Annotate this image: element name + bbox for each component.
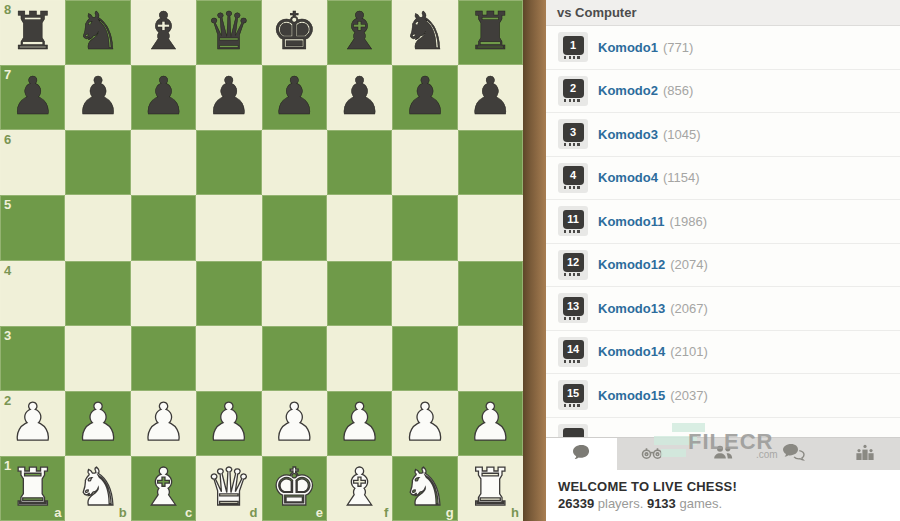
engine-chip-icon: 1 <box>558 32 588 62</box>
square-e7[interactable]: ♟ <box>262 65 327 130</box>
square-c2[interactable]: ♟ <box>131 391 196 456</box>
computer-opponent-row[interactable]: 13 Komodo13 (2067) <box>546 287 900 331</box>
square-a6[interactable]: 6 <box>0 130 65 195</box>
black-pawn[interactable]: ♟ <box>271 70 318 122</box>
black-pawn[interactable]: ♟ <box>140 70 187 122</box>
wood-background-strip <box>523 0 546 521</box>
square-h5[interactable] <box>458 195 523 260</box>
square-a1[interactable]: 1a♜ <box>0 456 65 521</box>
white-king[interactable]: ♚ <box>271 461 318 513</box>
square-c1[interactable]: c♝ <box>131 456 196 521</box>
computer-opponent-row[interactable]: 14 Komodo14 (2101) <box>546 331 900 375</box>
square-b5[interactable] <box>65 195 130 260</box>
opponent-name[interactable]: Komodo1 <box>598 40 658 55</box>
opponent-name[interactable]: Komodo15 <box>598 388 665 403</box>
computer-opponent-row[interactable]: 1 Komodo1 (771) <box>546 26 900 70</box>
chat-bubble-icon <box>572 444 591 465</box>
square-d1[interactable]: d♛ <box>196 456 261 521</box>
opponent-name[interactable]: Komodo4 <box>598 170 658 185</box>
square-d7[interactable]: ♟ <box>196 65 261 130</box>
square-a2[interactable]: 2♟ <box>0 391 65 456</box>
engine-chip-icon: 2 <box>558 76 588 106</box>
square-d8[interactable]: ♛ <box>196 0 261 65</box>
tab-players[interactable] <box>688 438 759 470</box>
tab-leaderboard[interactable] <box>829 438 900 470</box>
white-bishop[interactable]: ♝ <box>140 461 187 513</box>
tab-observe[interactable] <box>617 438 688 470</box>
players-count: 26339 <box>558 496 594 511</box>
chess-board[interactable]: 8♜♞♝♛♚♝♞♜7♟♟♟♟♟♟♟♟65432♟♟♟♟♟♟♟♟1a♜b♞c♝d♛… <box>0 0 523 521</box>
white-knight[interactable]: ♞ <box>75 461 122 513</box>
square-h4[interactable] <box>458 261 523 326</box>
engine-chip-icon: 13 <box>558 293 588 323</box>
opponent-rating: (2067) <box>670 301 708 316</box>
black-pawn[interactable]: ♟ <box>75 70 122 122</box>
square-e3[interactable] <box>262 326 327 391</box>
square-g3[interactable] <box>392 326 457 391</box>
white-rook[interactable]: ♜ <box>467 461 514 513</box>
square-f2[interactable]: ♟ <box>327 391 392 456</box>
white-pawn[interactable]: ♟ <box>75 396 122 448</box>
square-f8[interactable]: ♝ <box>327 0 392 65</box>
opponent-name[interactable]: Komodo12 <box>598 257 665 272</box>
computer-opponent-row[interactable]: 11 Komodo11 (1986) <box>546 200 900 244</box>
engine-chip-icon: 11 <box>558 206 588 236</box>
players-label: players. <box>594 496 647 511</box>
welcome-stats: 26339 players. 9133 games. <box>558 496 900 511</box>
opponent-rating: (1154) <box>663 170 700 185</box>
file-label: h <box>511 506 519 519</box>
square-h8[interactable]: ♜ <box>458 0 523 65</box>
white-queen[interactable]: ♛ <box>206 461 253 513</box>
square-f7[interactable]: ♟ <box>327 65 392 130</box>
black-bishop[interactable]: ♝ <box>140 5 187 57</box>
welcome-title: WELCOME TO LIVE CHESS! <box>558 479 900 494</box>
square-g7[interactable]: ♟ <box>392 65 457 130</box>
square-a3[interactable]: 3 <box>0 326 65 391</box>
white-pawn[interactable]: ♟ <box>9 396 56 448</box>
square-h7[interactable]: ♟ <box>458 65 523 130</box>
opponent-name[interactable]: Komodo13 <box>598 301 665 316</box>
opponent-rating: (2101) <box>670 344 708 359</box>
tab-bar <box>546 437 900 470</box>
white-knight[interactable]: ♞ <box>402 461 449 513</box>
opponent-name[interactable]: Komodo2 <box>598 83 658 98</box>
opponent-name[interactable]: Komodo14 <box>598 344 665 359</box>
computer-opponent-row[interactable] <box>546 418 900 438</box>
square-b2[interactable]: ♟ <box>65 391 130 456</box>
black-pawn[interactable]: ♟ <box>9 70 56 122</box>
square-b6[interactable] <box>65 130 130 195</box>
binoculars-icon <box>640 444 664 464</box>
opponent-rating: (1986) <box>669 214 707 229</box>
square-e1[interactable]: e♚ <box>262 456 327 521</box>
computer-opponent-row[interactable]: 4 Komodo4 (1154) <box>546 157 900 201</box>
file-label: f <box>384 506 388 519</box>
file-label: d <box>250 506 258 519</box>
square-e8[interactable]: ♚ <box>262 0 327 65</box>
rank-label: 7 <box>4 68 11 81</box>
black-pawn[interactable]: ♟ <box>206 70 253 122</box>
square-h6[interactable] <box>458 130 523 195</box>
square-e2[interactable]: ♟ <box>262 391 327 456</box>
engine-chip-icon: 4 <box>558 163 588 193</box>
rank-label: 4 <box>4 264 11 277</box>
square-c4[interactable] <box>131 261 196 326</box>
welcome-message: WELCOME TO LIVE CHESS! 26339 players. 91… <box>546 470 900 521</box>
square-g6[interactable] <box>392 130 457 195</box>
chat-bubbles-icon <box>782 443 806 465</box>
square-g2[interactable]: ♟ <box>392 391 457 456</box>
white-pawn[interactable]: ♟ <box>402 396 449 448</box>
rank-label: 5 <box>4 198 11 211</box>
rank-label: 8 <box>4 3 11 16</box>
white-pawn[interactable]: ♟ <box>140 396 187 448</box>
engine-chip-icon: 14 <box>558 337 588 367</box>
games-count: 9133 <box>647 496 676 511</box>
opponent-rating: (1045) <box>663 127 701 142</box>
opponent-rating: (856) <box>663 83 693 98</box>
square-c5[interactable] <box>131 195 196 260</box>
square-c3[interactable] <box>131 326 196 391</box>
square-d5[interactable] <box>196 195 261 260</box>
square-h3[interactable] <box>458 326 523 391</box>
white-pawn[interactable]: ♟ <box>336 396 383 448</box>
file-label: c <box>185 506 192 519</box>
tab-chat[interactable] <box>546 438 617 470</box>
black-rook[interactable]: ♜ <box>9 5 56 57</box>
file-label: a <box>54 506 61 519</box>
black-knight[interactable]: ♞ <box>402 5 449 57</box>
square-f4[interactable] <box>327 261 392 326</box>
tab-chats[interactable] <box>758 438 829 470</box>
square-g8[interactable]: ♞ <box>392 0 457 65</box>
square-c6[interactable] <box>131 130 196 195</box>
square-b3[interactable] <box>65 326 130 391</box>
square-c8[interactable]: ♝ <box>131 0 196 65</box>
file-label: g <box>446 506 454 519</box>
file-label: b <box>119 506 127 519</box>
black-pawn[interactable]: ♟ <box>467 70 514 122</box>
black-queen[interactable]: ♛ <box>206 5 253 57</box>
square-f5[interactable] <box>327 195 392 260</box>
engine-chip-icon: 3 <box>558 119 588 149</box>
computer-opponent-row[interactable]: 2 Komodo2 (856) <box>546 70 900 114</box>
square-g1[interactable]: g♞ <box>392 456 457 521</box>
square-h2[interactable]: ♟ <box>458 391 523 456</box>
rank-label: 3 <box>4 329 11 342</box>
black-bishop[interactable]: ♝ <box>336 5 383 57</box>
games-label: games. <box>676 496 722 511</box>
computer-opponent-row[interactable]: 12 Komodo12 (2074) <box>546 244 900 288</box>
engine-chip-icon <box>558 424 588 437</box>
square-b4[interactable] <box>65 261 130 326</box>
square-a4[interactable]: 4 <box>0 261 65 326</box>
square-e5[interactable] <box>262 195 327 260</box>
live-chess-screen: 8♜♞♝♛♚♝♞♜7♟♟♟♟♟♟♟♟65432♟♟♟♟♟♟♟♟1a♜b♞c♝d♛… <box>0 0 900 521</box>
white-pawn[interactable]: ♟ <box>271 396 318 448</box>
white-bishop[interactable]: ♝ <box>336 461 383 513</box>
square-f6[interactable] <box>327 130 392 195</box>
engine-chip-icon: 15 <box>558 380 588 410</box>
black-rook[interactable]: ♜ <box>467 5 514 57</box>
people-icon <box>712 444 734 464</box>
square-a8[interactable]: 8♜ <box>0 0 65 65</box>
square-e4[interactable] <box>262 261 327 326</box>
opponent-name[interactable]: Komodo3 <box>598 127 658 142</box>
rank-label: 2 <box>4 394 11 407</box>
white-pawn[interactable]: ♟ <box>467 396 514 448</box>
computer-opponent-row[interactable]: 3 Komodo3 (1045) <box>546 113 900 157</box>
square-e6[interactable] <box>262 130 327 195</box>
black-pawn[interactable]: ♟ <box>402 70 449 122</box>
square-a7[interactable]: 7♟ <box>0 65 65 130</box>
partial-opponent-row <box>546 418 900 438</box>
square-g5[interactable] <box>392 195 457 260</box>
square-b8[interactable]: ♞ <box>65 0 130 65</box>
rank-label: 6 <box>4 133 11 146</box>
opponent-name[interactable]: Komodo11 <box>598 214 664 229</box>
square-d2[interactable]: ♟ <box>196 391 261 456</box>
opponent-list: 1 Komodo1 (771) 2 Komodo2 (856) 3 Komodo… <box>546 26 900 437</box>
square-a5[interactable]: 5 <box>0 195 65 260</box>
engine-chip-icon: 12 <box>558 250 588 280</box>
rank-label: 1 <box>4 459 11 472</box>
opponent-rating: (2074) <box>670 257 708 272</box>
file-label: e <box>316 506 323 519</box>
opponent-rating: (2037) <box>670 388 708 403</box>
square-d6[interactable] <box>196 130 261 195</box>
square-b7[interactable]: ♟ <box>65 65 130 130</box>
podium-icon <box>855 444 875 464</box>
opponent-rating: (771) <box>663 40 693 55</box>
black-king[interactable]: ♚ <box>271 5 318 57</box>
black-pawn[interactable]: ♟ <box>336 70 383 122</box>
panel-title: vs Computer <box>546 0 900 26</box>
square-h1[interactable]: h♜ <box>458 456 523 521</box>
square-d3[interactable] <box>196 326 261 391</box>
computer-opponent-row[interactable]: 15 Komodo15 (2037) <box>546 374 900 418</box>
square-b1[interactable]: b♞ <box>65 456 130 521</box>
black-knight[interactable]: ♞ <box>75 5 122 57</box>
square-c7[interactable]: ♟ <box>131 65 196 130</box>
white-rook[interactable]: ♜ <box>9 461 56 513</box>
vs-computer-panel: vs Computer 1 Komodo1 (771) 2 Komodo2 (8… <box>546 0 900 521</box>
square-f1[interactable]: f♝ <box>327 456 392 521</box>
square-d4[interactable] <box>196 261 261 326</box>
square-f3[interactable] <box>327 326 392 391</box>
square-g4[interactable] <box>392 261 457 326</box>
white-pawn[interactable]: ♟ <box>206 396 253 448</box>
